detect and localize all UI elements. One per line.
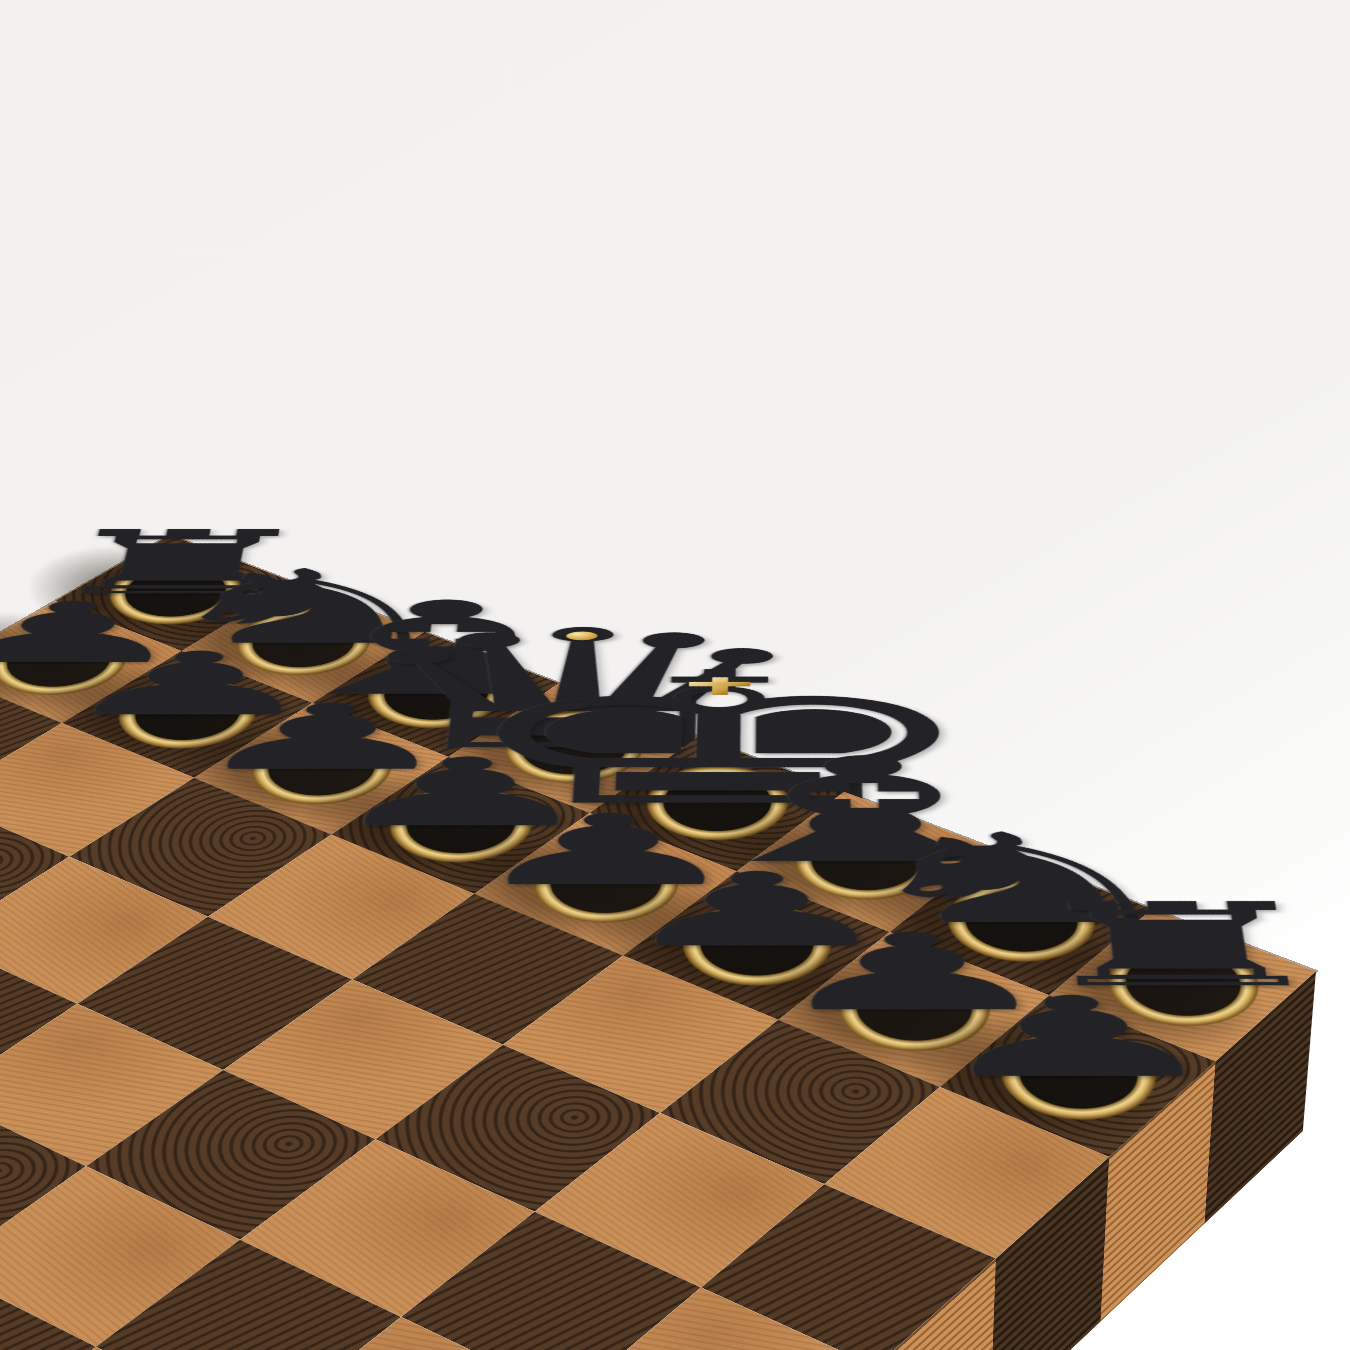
chess-board: ♜♞♝♛♚♝♞♜♟♟♟♟♟♟♟♟ [0,535,1316,1350]
king-gold-cross [711,677,727,694]
scene-background: ♜♞♝♛♚♝♞♜♟♟♟♟♟♟♟♟ [0,0,1350,1350]
